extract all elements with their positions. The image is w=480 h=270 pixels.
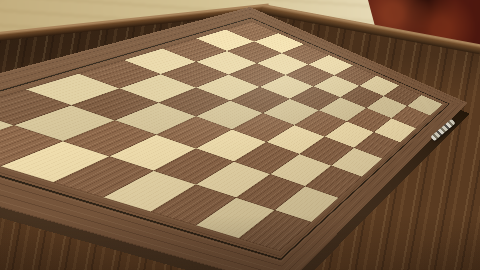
scene [0,0,480,270]
